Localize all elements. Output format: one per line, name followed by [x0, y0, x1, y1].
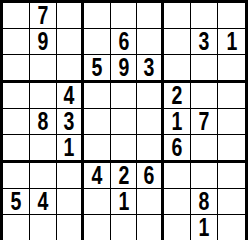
cell-r2c9: 1: [218, 29, 245, 55]
cell-r6c3: 1: [57, 135, 84, 163]
cell-r3c7[interactable]: [164, 55, 191, 83]
cell-r2c6[interactable]: [137, 29, 164, 55]
given-digit: 1: [172, 109, 183, 134]
given-digit: 1: [118, 189, 129, 214]
cell-r5c6[interactable]: [137, 109, 164, 135]
cell-r2c8: 3: [191, 29, 218, 55]
given-digit: 6: [172, 135, 183, 160]
cell-r2c4[interactable]: [84, 29, 111, 55]
cell-r1c2: 7: [30, 3, 57, 29]
cell-r3c4: 5: [84, 55, 111, 83]
cell-r1c9[interactable]: [218, 3, 245, 29]
given-digit: 6: [118, 29, 129, 54]
cell-r4c9[interactable]: [218, 83, 245, 109]
given-digit: 1: [63, 135, 74, 160]
cell-r1c4[interactable]: [84, 3, 111, 29]
cell-r5c7: 1: [164, 109, 191, 135]
cell-r1c1[interactable]: [3, 3, 30, 29]
cell-r7c3[interactable]: [57, 163, 84, 189]
given-digit: 8: [199, 189, 210, 214]
cell-r4c5[interactable]: [111, 83, 138, 109]
cell-r7c5: 2: [111, 163, 138, 189]
cell-r7c6: 6: [137, 163, 164, 189]
cell-r8c5: 1: [111, 189, 138, 215]
cell-r7c4: 4: [84, 163, 111, 189]
cell-r3c5: 9: [111, 55, 138, 83]
cell-r5c4[interactable]: [84, 109, 111, 135]
cell-r7c2[interactable]: [30, 163, 57, 189]
cell-r4c2[interactable]: [30, 83, 57, 109]
cell-r2c3[interactable]: [57, 29, 84, 55]
given-digit: 3: [63, 109, 74, 134]
cell-r8c2: 4: [30, 189, 57, 215]
cell-r6c1[interactable]: [3, 135, 30, 163]
cell-r8c8: 8: [191, 189, 218, 215]
given-digit: 1: [199, 215, 210, 240]
cell-r5c1[interactable]: [3, 109, 30, 135]
cell-r7c1[interactable]: [3, 163, 30, 189]
given-digit: 6: [144, 163, 155, 188]
cell-r2c1[interactable]: [3, 29, 30, 55]
cell-r5c2: 8: [30, 109, 57, 135]
given-digit: 8: [37, 109, 48, 134]
cell-r3c6: 3: [137, 55, 164, 83]
cell-r3c1[interactable]: [3, 55, 30, 83]
cell-r4c7: 2: [164, 83, 191, 109]
given-digit: 7: [199, 109, 210, 134]
given-digit: 5: [91, 55, 102, 80]
cell-r6c4[interactable]: [84, 135, 111, 163]
given-digit: 4: [37, 189, 48, 214]
cell-r4c8[interactable]: [191, 83, 218, 109]
given-digit: 9: [37, 29, 48, 54]
cell-r9c7[interactable]: [164, 215, 191, 240]
cell-r3c3[interactable]: [57, 55, 84, 83]
cell-r6c7: 6: [164, 135, 191, 163]
given-digit: 4: [91, 163, 102, 188]
cell-r8c4[interactable]: [84, 189, 111, 215]
given-digit: 3: [199, 29, 210, 54]
cell-r1c5[interactable]: [111, 3, 138, 29]
cell-r4c4[interactable]: [84, 83, 111, 109]
cell-r6c6[interactable]: [137, 135, 164, 163]
cell-r6c8[interactable]: [191, 135, 218, 163]
cell-r2c2: 9: [30, 29, 57, 55]
given-digit: 4: [63, 83, 74, 108]
cell-r5c9[interactable]: [218, 109, 245, 135]
cell-r7c7[interactable]: [164, 163, 191, 189]
cell-r9c8: 1: [191, 215, 218, 240]
cell-r9c6[interactable]: [137, 215, 164, 240]
cell-r8c7[interactable]: [164, 189, 191, 215]
given-digit: 2: [172, 83, 183, 108]
cell-r6c5[interactable]: [111, 135, 138, 163]
cell-r1c6[interactable]: [137, 3, 164, 29]
given-digit: 9: [118, 55, 129, 80]
cell-r1c3[interactable]: [57, 3, 84, 29]
cell-r7c8[interactable]: [191, 163, 218, 189]
sudoku-board: 796315934283171642654181: [0, 0, 248, 240]
cell-r3c9[interactable]: [218, 55, 245, 83]
given-digit: 1: [226, 29, 237, 54]
cell-r1c8[interactable]: [191, 3, 218, 29]
cell-r9c9[interactable]: [218, 215, 245, 240]
cell-r4c3: 4: [57, 83, 84, 109]
cell-r8c9[interactable]: [218, 189, 245, 215]
cell-r5c5[interactable]: [111, 109, 138, 135]
given-digit: 7: [37, 3, 48, 28]
cell-r4c6[interactable]: [137, 83, 164, 109]
cell-r1c7[interactable]: [164, 3, 191, 29]
cell-r3c2[interactable]: [30, 55, 57, 83]
given-digit: 5: [11, 189, 22, 214]
cell-r5c3: 3: [57, 109, 84, 135]
cell-r8c1: 5: [3, 189, 30, 215]
given-digit: 3: [144, 55, 155, 80]
cell-r2c7[interactable]: [164, 29, 191, 55]
cell-r2c5: 6: [111, 29, 138, 55]
cell-r8c3[interactable]: [57, 189, 84, 215]
cell-r5c8: 7: [191, 109, 218, 135]
cell-r6c9[interactable]: [218, 135, 245, 163]
cell-r7c9[interactable]: [218, 163, 245, 189]
cell-r6c2[interactable]: [30, 135, 57, 163]
cell-r9c2[interactable]: [30, 215, 57, 240]
cell-r9c4[interactable]: [84, 215, 111, 240]
cell-r4c1[interactable]: [3, 83, 30, 109]
given-digit: 2: [118, 163, 129, 188]
cell-r3c8[interactable]: [191, 55, 218, 83]
cell-r9c1[interactable]: [3, 215, 30, 240]
cell-r8c6[interactable]: [137, 189, 164, 215]
cell-r9c5[interactable]: [111, 215, 138, 240]
cell-r9c3[interactable]: [57, 215, 84, 240]
